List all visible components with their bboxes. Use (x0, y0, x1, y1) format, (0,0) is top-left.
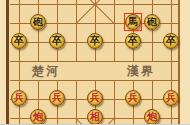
board-point: 兵 (124, 89, 143, 108)
red-soldier-piece[interactable]: 兵 (11, 90, 27, 106)
black-cannon-piece[interactable]: 砲 (144, 14, 160, 30)
xiangqi-board: 楚河 漢界 砲馬砲卒卒卒卒卒兵兵兵兵兵炮相炮 (0, 0, 190, 124)
board-point: 兵 (10, 89, 29, 108)
red-elephant-piece[interactable]: 相 (87, 109, 103, 124)
black-cannon-piece[interactable]: 砲 (30, 14, 46, 30)
board-point: 馬 (124, 13, 143, 32)
black-soldier-piece[interactable]: 卒 (11, 33, 27, 49)
black-soldier-piece[interactable]: 卒 (163, 33, 179, 49)
pieces-layer: 砲馬砲卒卒卒卒卒兵兵兵兵兵炮相炮 (10, 0, 181, 124)
board-point: 相 (86, 108, 105, 125)
board-point: 炮 (143, 108, 162, 125)
board-point: 砲 (29, 13, 48, 32)
red-soldier-piece[interactable]: 兵 (163, 90, 179, 106)
red-cannon-piece[interactable]: 炮 (30, 109, 46, 124)
board-point: 卒 (124, 32, 143, 51)
board-point: 卒 (48, 32, 67, 51)
board-point: 兵 (162, 89, 181, 108)
red-soldier-piece[interactable]: 兵 (49, 90, 65, 106)
board-point: 炮 (29, 108, 48, 125)
board-point: 卒 (10, 32, 29, 51)
board-point: 砲 (143, 13, 162, 32)
board-point: 兵 (48, 89, 67, 108)
red-soldier-piece[interactable]: 兵 (125, 90, 141, 106)
black-soldier-piece[interactable]: 卒 (87, 33, 103, 49)
red-soldier-piece[interactable]: 兵 (87, 90, 103, 106)
board-point: 卒 (162, 32, 181, 51)
black-horse-piece[interactable]: 馬 (125, 14, 141, 30)
red-cannon-piece[interactable]: 炮 (144, 109, 160, 124)
black-soldier-piece[interactable]: 卒 (49, 33, 65, 49)
board-point: 卒 (86, 32, 105, 51)
black-soldier-piece[interactable]: 卒 (125, 33, 141, 49)
board-point: 兵 (86, 89, 105, 108)
